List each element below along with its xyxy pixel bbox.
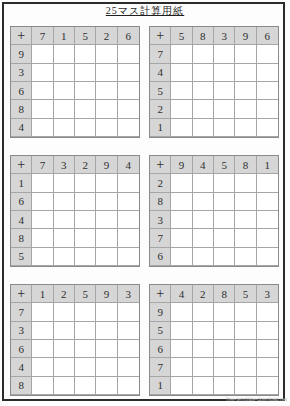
answer-cell bbox=[54, 358, 75, 376]
answer-cell bbox=[214, 340, 235, 358]
answer-cell bbox=[118, 248, 139, 266]
answer-cell bbox=[235, 119, 256, 137]
top-header-cell: 1 bbox=[257, 156, 278, 174]
answer-cell bbox=[118, 64, 139, 82]
answer-cell bbox=[75, 377, 96, 395]
answer-cell bbox=[32, 100, 53, 118]
answer-cell bbox=[32, 322, 53, 340]
answer-cell bbox=[257, 45, 278, 63]
left-header-cell: 3 bbox=[11, 322, 32, 340]
answer-cell bbox=[54, 82, 75, 100]
answer-cell bbox=[75, 193, 96, 211]
answer-cell bbox=[193, 229, 214, 247]
answer-cell bbox=[235, 358, 256, 376]
answer-cell bbox=[171, 100, 192, 118]
answer-cell bbox=[193, 100, 214, 118]
answer-cell bbox=[54, 100, 75, 118]
answer-cell bbox=[54, 229, 75, 247]
drill-grid-6: +4285395671 bbox=[149, 284, 279, 396]
answer-cell bbox=[214, 100, 235, 118]
answer-cell bbox=[96, 229, 117, 247]
top-header-cell: 3 bbox=[54, 156, 75, 174]
answer-cell bbox=[54, 211, 75, 229]
answer-cell bbox=[214, 377, 235, 395]
left-header-cell: 5 bbox=[150, 322, 171, 340]
answer-cell bbox=[193, 248, 214, 266]
left-header-cell: 7 bbox=[11, 303, 32, 321]
answer-cell bbox=[118, 340, 139, 358]
plus-operator-cell: + bbox=[11, 285, 32, 303]
answer-cell bbox=[32, 377, 53, 395]
top-header-cell: 1 bbox=[32, 285, 53, 303]
answer-cell bbox=[75, 64, 96, 82]
answer-cell bbox=[32, 211, 53, 229]
left-header-cell: 9 bbox=[11, 45, 32, 63]
answer-cell bbox=[235, 377, 256, 395]
plus-operator-cell: + bbox=[11, 27, 32, 45]
answer-cell bbox=[75, 358, 96, 376]
left-header-cell: 5 bbox=[11, 248, 32, 266]
top-header-cell: 7 bbox=[32, 156, 53, 174]
answer-cell bbox=[32, 358, 53, 376]
answer-cell bbox=[118, 193, 139, 211]
top-header-cell: 2 bbox=[96, 27, 117, 45]
answer-cell bbox=[214, 174, 235, 192]
top-header-cell: 8 bbox=[235, 156, 256, 174]
left-header-cell: 4 bbox=[11, 358, 32, 376]
left-header-cell: 7 bbox=[150, 358, 171, 376]
left-header-cell: 1 bbox=[11, 174, 32, 192]
answer-cell bbox=[75, 174, 96, 192]
answer-cell bbox=[235, 211, 256, 229]
answer-cell bbox=[54, 64, 75, 82]
watermark-text: free-template-download.net bbox=[226, 396, 287, 402]
answer-cell bbox=[32, 303, 53, 321]
left-header-cell: 5 bbox=[150, 82, 171, 100]
answer-cell bbox=[257, 100, 278, 118]
answer-cell bbox=[118, 229, 139, 247]
answer-cell bbox=[214, 45, 235, 63]
plus-operator-cell: + bbox=[150, 27, 171, 45]
left-header-cell: 6 bbox=[150, 340, 171, 358]
left-header-cell: 9 bbox=[150, 303, 171, 321]
answer-cell bbox=[32, 248, 53, 266]
answer-cell bbox=[257, 322, 278, 340]
top-header-cell: 9 bbox=[171, 156, 192, 174]
top-header-cell: 8 bbox=[193, 27, 214, 45]
top-header-cell: 7 bbox=[32, 27, 53, 45]
answer-cell bbox=[96, 303, 117, 321]
answer-cell bbox=[171, 377, 192, 395]
answer-cell bbox=[214, 303, 235, 321]
left-header-cell: 3 bbox=[150, 211, 171, 229]
answer-cell bbox=[96, 174, 117, 192]
left-header-cell: 8 bbox=[11, 229, 32, 247]
answer-cell bbox=[214, 248, 235, 266]
left-header-cell: 4 bbox=[11, 119, 32, 137]
drill-grid-3: +7329416485 bbox=[10, 155, 140, 267]
plus-operator-cell: + bbox=[11, 156, 32, 174]
answer-cell bbox=[235, 45, 256, 63]
drill-grid-1: +7152693684 bbox=[10, 26, 140, 138]
answer-cell bbox=[193, 82, 214, 100]
answer-cell bbox=[96, 358, 117, 376]
answer-cell bbox=[193, 211, 214, 229]
answer-cell bbox=[118, 377, 139, 395]
answer-cell bbox=[171, 248, 192, 266]
answer-cell bbox=[54, 377, 75, 395]
answer-cell bbox=[235, 248, 256, 266]
answer-cell bbox=[257, 82, 278, 100]
left-header-cell: 7 bbox=[150, 229, 171, 247]
answer-cell bbox=[193, 193, 214, 211]
answer-cell bbox=[171, 64, 192, 82]
left-header-cell: 6 bbox=[11, 82, 32, 100]
answer-cell bbox=[32, 174, 53, 192]
top-header-cell: 5 bbox=[171, 27, 192, 45]
answer-cell bbox=[171, 322, 192, 340]
answer-cell bbox=[193, 119, 214, 137]
left-header-cell: 2 bbox=[150, 174, 171, 192]
top-header-cell: 5 bbox=[235, 285, 256, 303]
answer-cell bbox=[214, 119, 235, 137]
top-header-cell: 8 bbox=[214, 285, 235, 303]
answer-cell bbox=[54, 119, 75, 137]
answer-cell bbox=[118, 82, 139, 100]
answer-cell bbox=[118, 100, 139, 118]
answer-cell bbox=[32, 119, 53, 137]
top-header-cell: 3 bbox=[118, 285, 139, 303]
answer-cell bbox=[96, 211, 117, 229]
top-header-cell: 3 bbox=[257, 285, 278, 303]
left-header-cell: 2 bbox=[150, 100, 171, 118]
answer-cell bbox=[96, 193, 117, 211]
answer-cell bbox=[193, 340, 214, 358]
answer-cell bbox=[257, 248, 278, 266]
top-header-cell: 2 bbox=[75, 156, 96, 174]
answer-cell bbox=[214, 82, 235, 100]
top-header-cell: 3 bbox=[214, 27, 235, 45]
top-header-cell: 5 bbox=[75, 285, 96, 303]
answer-cell bbox=[75, 322, 96, 340]
left-header-cell: 8 bbox=[11, 100, 32, 118]
answer-cell bbox=[257, 229, 278, 247]
answer-cell bbox=[235, 193, 256, 211]
answer-cell bbox=[32, 45, 53, 63]
top-header-cell: 4 bbox=[171, 285, 192, 303]
answer-cell bbox=[214, 322, 235, 340]
drill-grid-2: +5839674521 bbox=[149, 26, 279, 138]
drill-grid-4: +9458128376 bbox=[149, 155, 279, 267]
top-header-cell: 1 bbox=[54, 27, 75, 45]
left-header-cell: 3 bbox=[11, 64, 32, 82]
answer-cell bbox=[235, 229, 256, 247]
drill-grid-5: +1259373648 bbox=[10, 284, 140, 396]
answer-cell bbox=[32, 340, 53, 358]
plus-operator-cell: + bbox=[150, 156, 171, 174]
answer-cell bbox=[171, 174, 192, 192]
page-title: 25マス計算用紙 bbox=[0, 4, 290, 18]
answer-cell bbox=[96, 100, 117, 118]
answer-cell bbox=[75, 211, 96, 229]
answer-cell bbox=[96, 64, 117, 82]
answer-cell bbox=[235, 303, 256, 321]
answer-cell bbox=[193, 174, 214, 192]
answer-cell bbox=[235, 174, 256, 192]
top-header-cell: 9 bbox=[96, 156, 117, 174]
answer-cell bbox=[257, 119, 278, 137]
answer-cell bbox=[193, 64, 214, 82]
answer-cell bbox=[32, 64, 53, 82]
answer-cell bbox=[118, 45, 139, 63]
answer-cell bbox=[75, 119, 96, 137]
answer-cell bbox=[235, 340, 256, 358]
answer-cell bbox=[193, 45, 214, 63]
answer-cell bbox=[96, 340, 117, 358]
answer-cell bbox=[171, 303, 192, 321]
top-header-cell: 9 bbox=[235, 27, 256, 45]
answer-cell bbox=[171, 193, 192, 211]
answer-cell bbox=[193, 377, 214, 395]
left-header-cell: 1 bbox=[150, 119, 171, 137]
plus-operator-cell: + bbox=[150, 285, 171, 303]
answer-cell bbox=[75, 340, 96, 358]
answer-cell bbox=[257, 193, 278, 211]
answer-cell bbox=[193, 358, 214, 376]
answer-cell bbox=[75, 303, 96, 321]
answer-cell bbox=[118, 211, 139, 229]
top-header-cell: 9 bbox=[96, 285, 117, 303]
answer-cell bbox=[214, 64, 235, 82]
answer-cell bbox=[193, 303, 214, 321]
answer-cell bbox=[171, 119, 192, 137]
left-header-cell: 6 bbox=[11, 193, 32, 211]
answer-cell bbox=[214, 358, 235, 376]
answer-cell bbox=[96, 119, 117, 137]
top-header-cell: 5 bbox=[214, 156, 235, 174]
top-header-cell: 4 bbox=[118, 156, 139, 174]
left-header-cell: 1 bbox=[150, 377, 171, 395]
answer-cell bbox=[96, 82, 117, 100]
answer-cell bbox=[257, 64, 278, 82]
top-header-cell: 6 bbox=[257, 27, 278, 45]
top-header-cell: 6 bbox=[118, 27, 139, 45]
answer-cell bbox=[235, 82, 256, 100]
answer-cell bbox=[257, 211, 278, 229]
worksheet-page: 25マス計算用紙 +7152693684 +5839674521 +732941… bbox=[0, 0, 290, 406]
answer-cell bbox=[171, 211, 192, 229]
answer-cell bbox=[96, 322, 117, 340]
left-header-cell: 6 bbox=[11, 340, 32, 358]
answer-cell bbox=[96, 45, 117, 63]
top-header-cell: 4 bbox=[193, 156, 214, 174]
answer-cell bbox=[75, 45, 96, 63]
left-header-cell: 6 bbox=[150, 248, 171, 266]
answer-cell bbox=[171, 229, 192, 247]
answer-cell bbox=[171, 340, 192, 358]
answer-cell bbox=[235, 64, 256, 82]
answer-cell bbox=[75, 82, 96, 100]
answer-cell bbox=[75, 229, 96, 247]
answer-cell bbox=[118, 303, 139, 321]
answer-cell bbox=[96, 377, 117, 395]
answer-cell bbox=[75, 100, 96, 118]
answer-cell bbox=[118, 119, 139, 137]
answer-cell bbox=[214, 211, 235, 229]
answer-cell bbox=[171, 358, 192, 376]
left-header-cell: 4 bbox=[11, 211, 32, 229]
left-header-cell: 4 bbox=[150, 64, 171, 82]
top-header-cell: 5 bbox=[75, 27, 96, 45]
top-header-cell: 2 bbox=[193, 285, 214, 303]
answer-cell bbox=[193, 322, 214, 340]
answer-cell bbox=[257, 303, 278, 321]
answer-cell bbox=[32, 193, 53, 211]
answer-cell bbox=[171, 45, 192, 63]
answer-cell bbox=[118, 174, 139, 192]
answer-cell bbox=[54, 174, 75, 192]
answer-cell bbox=[75, 248, 96, 266]
answer-cell bbox=[257, 377, 278, 395]
answer-cell bbox=[235, 100, 256, 118]
answer-cell bbox=[257, 174, 278, 192]
answer-cell bbox=[54, 322, 75, 340]
answer-cell bbox=[54, 45, 75, 63]
answer-cell bbox=[171, 82, 192, 100]
answer-cell bbox=[32, 229, 53, 247]
answer-cell bbox=[54, 248, 75, 266]
left-header-cell: 8 bbox=[11, 377, 32, 395]
answer-cell bbox=[96, 248, 117, 266]
answer-cell bbox=[235, 322, 256, 340]
answer-cell bbox=[54, 340, 75, 358]
left-header-cell: 8 bbox=[150, 193, 171, 211]
answer-cell bbox=[257, 340, 278, 358]
answer-cell bbox=[54, 193, 75, 211]
answer-cell bbox=[32, 82, 53, 100]
answer-cell bbox=[118, 322, 139, 340]
answer-cell bbox=[214, 229, 235, 247]
answer-cell bbox=[257, 358, 278, 376]
answer-cell bbox=[118, 358, 139, 376]
answer-cell bbox=[214, 193, 235, 211]
top-header-cell: 2 bbox=[54, 285, 75, 303]
left-header-cell: 7 bbox=[150, 45, 171, 63]
answer-cell bbox=[54, 303, 75, 321]
